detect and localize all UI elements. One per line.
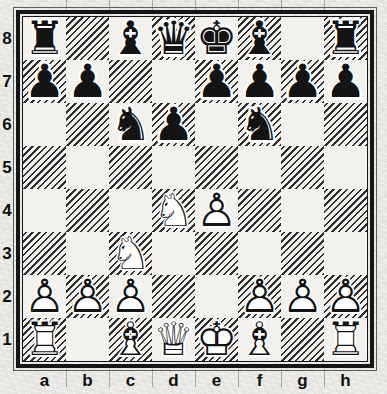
white-pawn[interactable]: ♟♙ [23, 275, 66, 318]
grid-tick-top-h [324, 0, 325, 10]
square-d7[interactable] [152, 60, 195, 103]
square-h5[interactable] [324, 146, 367, 189]
black-pawn[interactable]: ♟♟ [324, 60, 367, 103]
black-bishop-halo: ♝ [108, 16, 154, 62]
paper-background: { "game": "chess", "position": { "fen": … [0, 0, 387, 394]
black-pawn[interactable]: ♟♟ [23, 60, 66, 103]
square-h3[interactable] [324, 232, 367, 275]
chessboard-frame: ♜♜♝♝♛♛♚♚♝♝♜♜♟♟♟♟♟♟♟♟♟♟♟♟♞♞♟♟♞♞♞♘♟♙♞♘♟♙♟♙… [13, 7, 377, 371]
square-e6[interactable] [195, 103, 238, 146]
white-pawn-halo: ♟ [23, 275, 66, 318]
file-label-c: c [109, 370, 152, 392]
square-f4[interactable] [238, 189, 281, 232]
black-pawn-halo: ♟ [237, 59, 283, 105]
square-f7[interactable]: ♟♟ [238, 60, 281, 103]
white-king-halo: ♚ [195, 318, 238, 361]
white-bishop-halo: ♝ [238, 318, 281, 361]
square-c7[interactable] [109, 60, 152, 103]
black-knight-halo: ♞ [108, 102, 154, 148]
black-pawn-glyph: ♟ [23, 60, 66, 103]
white-knight-halo: ♞ [109, 232, 152, 275]
square-e8[interactable]: ♚♚ [195, 17, 238, 60]
square-c5[interactable] [109, 146, 152, 189]
black-bishop-glyph: ♝ [238, 17, 281, 60]
file-label-g: g [281, 370, 324, 392]
board-inner-border: ♜♜♝♝♛♛♚♚♝♝♜♜♟♟♟♟♟♟♟♟♟♟♟♟♞♞♟♟♞♞♞♘♟♙♞♘♟♙♟♙… [22, 16, 368, 362]
black-rook-halo: ♜ [323, 16, 369, 62]
white-pawn[interactable]: ♟♙ [281, 275, 324, 318]
white-pawn-halo: ♟ [66, 275, 109, 318]
white-knight-glyph: ♘ [109, 232, 152, 275]
grid-tick-bottom-c [109, 369, 110, 387]
square-h4[interactable] [324, 189, 367, 232]
black-pawn-glyph: ♟ [324, 60, 367, 103]
black-rook[interactable]: ♜♜ [23, 17, 66, 60]
grid-tick-bottom-d [152, 369, 153, 387]
square-g8[interactable] [281, 17, 324, 60]
square-e3[interactable] [195, 232, 238, 275]
white-rook-glyph: ♖ [23, 318, 66, 361]
square-a4[interactable] [23, 189, 66, 232]
white-bishop[interactable]: ♝♗ [109, 318, 152, 361]
black-pawn[interactable]: ♟♟ [66, 60, 109, 103]
white-rook-halo: ♜ [324, 318, 367, 361]
grid-tick-top-c [109, 0, 110, 10]
white-king[interactable]: ♚♔ [195, 318, 238, 361]
white-pawn[interactable]: ♟♙ [195, 189, 238, 232]
white-pawn[interactable]: ♟♙ [66, 275, 109, 318]
square-a5[interactable] [23, 146, 66, 189]
rank-label-2: 2 [0, 275, 14, 318]
black-rook-glyph: ♜ [324, 17, 367, 60]
file-label-d: d [152, 370, 195, 392]
grid-tick-top-f [238, 0, 239, 10]
white-knight-halo: ♞ [152, 189, 195, 232]
file-label-a: a [23, 370, 66, 392]
square-h6[interactable] [324, 103, 367, 146]
white-bishop-glyph: ♗ [109, 318, 152, 361]
black-pawn-glyph: ♟ [281, 60, 324, 103]
white-knight[interactable]: ♞♘ [152, 189, 195, 232]
square-g3[interactable] [281, 232, 324, 275]
file-label-f: f [238, 370, 281, 392]
square-b6[interactable] [66, 103, 109, 146]
white-king-glyph: ♔ [195, 318, 238, 361]
black-queen-halo: ♛ [151, 16, 197, 62]
white-knight-glyph: ♘ [152, 189, 195, 232]
square-d3[interactable] [152, 232, 195, 275]
square-f5[interactable] [238, 146, 281, 189]
white-pawn-halo: ♟ [281, 275, 324, 318]
black-bishop[interactable]: ♝♝ [238, 17, 281, 60]
white-pawn-halo: ♟ [238, 275, 281, 318]
square-c6[interactable]: ♞♞ [109, 103, 152, 146]
square-g4[interactable] [281, 189, 324, 232]
file-label-h: h [324, 370, 367, 392]
black-knight-glyph: ♞ [238, 103, 281, 146]
square-d5[interactable] [152, 146, 195, 189]
black-pawn-glyph: ♟ [66, 60, 109, 103]
square-h8[interactable]: ♜♜ [324, 17, 367, 60]
white-pawn-halo: ♟ [195, 189, 238, 232]
square-h7[interactable]: ♟♟ [324, 60, 367, 103]
black-pawn-halo: ♟ [323, 59, 369, 105]
square-f8[interactable]: ♝♝ [238, 17, 281, 60]
black-knight-halo: ♞ [237, 102, 283, 148]
white-queen-halo: ♛ [152, 318, 195, 361]
rank-labels: 87654321 [0, 17, 14, 361]
black-bishop[interactable]: ♝♝ [109, 17, 152, 60]
black-pawn[interactable]: ♟♟ [195, 60, 238, 103]
black-king-halo: ♚ [194, 16, 240, 62]
square-f2[interactable]: ♟♙ [238, 275, 281, 318]
black-queen[interactable]: ♛♛ [152, 17, 195, 60]
black-rook[interactable]: ♜♜ [324, 17, 367, 60]
black-knight[interactable]: ♞♞ [238, 103, 281, 146]
black-queen-glyph: ♛ [152, 17, 195, 60]
grid-tick-bottom-g [281, 369, 282, 387]
square-h1[interactable]: ♜♖ [324, 318, 367, 361]
square-c2[interactable]: ♟♙ [109, 275, 152, 318]
white-pawn-glyph: ♙ [238, 275, 281, 318]
grid-tick-top-g [281, 0, 282, 10]
white-pawn[interactable]: ♟♙ [238, 275, 281, 318]
square-b8[interactable] [66, 17, 109, 60]
file-label-b: b [66, 370, 109, 392]
square-c4[interactable] [109, 189, 152, 232]
black-pawn[interactable]: ♟♟ [152, 103, 195, 146]
white-rook[interactable]: ♜♖ [324, 318, 367, 361]
square-d4[interactable]: ♞♘ [152, 189, 195, 232]
square-a2[interactable]: ♟♙ [23, 275, 66, 318]
file-label-e: e [195, 370, 238, 392]
square-a8[interactable]: ♜♜ [23, 17, 66, 60]
square-a1[interactable]: ♜♖ [23, 318, 66, 361]
black-bishop-glyph: ♝ [109, 17, 152, 60]
black-rook-halo: ♜ [22, 16, 68, 62]
square-e7[interactable]: ♟♟ [195, 60, 238, 103]
white-pawn-halo: ♟ [109, 275, 152, 318]
square-g5[interactable] [281, 146, 324, 189]
square-d8[interactable]: ♛♛ [152, 17, 195, 60]
square-g6[interactable] [281, 103, 324, 146]
white-pawn-glyph: ♙ [195, 189, 238, 232]
rank-label-7: 7 [0, 60, 14, 103]
black-bishop-halo: ♝ [237, 16, 283, 62]
grid-tick-bottom-h [324, 369, 325, 387]
square-b4[interactable] [66, 189, 109, 232]
square-f1[interactable]: ♝♗ [238, 318, 281, 361]
white-pawn[interactable]: ♟♙ [324, 275, 367, 318]
grid-tick-top-b [66, 0, 67, 10]
white-bishop-glyph: ♗ [238, 318, 281, 361]
grid-tick-bottom-b [66, 369, 67, 387]
white-pawn-glyph: ♙ [23, 275, 66, 318]
black-pawn-halo: ♟ [151, 102, 197, 148]
white-rook[interactable]: ♜♖ [23, 318, 66, 361]
grid-tick-top-d [152, 0, 153, 10]
white-bishop[interactable]: ♝♗ [238, 318, 281, 361]
white-pawn[interactable]: ♟♙ [109, 275, 152, 318]
square-d1[interactable]: ♛♕ [152, 318, 195, 361]
white-pawn-halo: ♟ [324, 275, 367, 318]
white-queen-glyph: ♕ [152, 318, 195, 361]
square-e2[interactable] [195, 275, 238, 318]
board-grid: ♜♜♝♝♛♛♚♚♝♝♜♜♟♟♟♟♟♟♟♟♟♟♟♟♞♞♟♟♞♞♞♘♟♙♞♘♟♙♟♙… [23, 17, 367, 361]
square-a6[interactable] [23, 103, 66, 146]
black-pawn-halo: ♟ [280, 59, 326, 105]
black-knight-glyph: ♞ [109, 103, 152, 146]
rank-label-3: 3 [0, 232, 14, 275]
square-b3[interactable] [66, 232, 109, 275]
white-pawn-glyph: ♙ [66, 275, 109, 318]
rank-label-6: 6 [0, 103, 14, 146]
square-c3[interactable]: ♞♘ [109, 232, 152, 275]
rank-label-4: 4 [0, 189, 14, 232]
square-g1[interactable] [281, 318, 324, 361]
square-h2[interactable]: ♟♙ [324, 275, 367, 318]
square-g7[interactable]: ♟♟ [281, 60, 324, 103]
rank-label-1: 1 [0, 318, 14, 361]
square-c1[interactable]: ♝♗ [109, 318, 152, 361]
square-g2[interactable]: ♟♙ [281, 275, 324, 318]
white-pawn-glyph: ♙ [109, 275, 152, 318]
white-rook-glyph: ♖ [324, 318, 367, 361]
square-f3[interactable] [238, 232, 281, 275]
square-e4[interactable]: ♟♙ [195, 189, 238, 232]
black-knight[interactable]: ♞♞ [109, 103, 152, 146]
black-pawn-halo: ♟ [65, 59, 111, 105]
grid-tick-top-e [195, 0, 196, 10]
black-rook-glyph: ♜ [23, 17, 66, 60]
square-a3[interactable] [23, 232, 66, 275]
white-rook-halo: ♜ [23, 318, 66, 361]
square-f6[interactable]: ♞♞ [238, 103, 281, 146]
black-pawn-halo: ♟ [194, 59, 240, 105]
square-e5[interactable] [195, 146, 238, 189]
black-pawn[interactable]: ♟♟ [281, 60, 324, 103]
rank-label-5: 5 [0, 146, 14, 189]
square-b1[interactable] [66, 318, 109, 361]
square-d6[interactable]: ♟♟ [152, 103, 195, 146]
square-b2[interactable]: ♟♙ [66, 275, 109, 318]
square-b5[interactable] [66, 146, 109, 189]
rank-label-8: 8 [0, 17, 14, 60]
square-d2[interactable] [152, 275, 195, 318]
square-a7[interactable]: ♟♟ [23, 60, 66, 103]
black-pawn[interactable]: ♟♟ [238, 60, 281, 103]
grid-tick-bottom-f [238, 369, 239, 387]
black-pawn-halo: ♟ [22, 59, 68, 105]
black-king[interactable]: ♚♚ [195, 17, 238, 60]
black-pawn-glyph: ♟ [238, 60, 281, 103]
square-b7[interactable]: ♟♟ [66, 60, 109, 103]
black-pawn-glyph: ♟ [152, 103, 195, 146]
grid-tick-bottom-e [195, 369, 196, 387]
white-pawn-glyph: ♙ [324, 275, 367, 318]
white-pawn-glyph: ♙ [281, 275, 324, 318]
white-queen[interactable]: ♛♕ [152, 318, 195, 361]
white-knight[interactable]: ♞♘ [109, 232, 152, 275]
board-thick-border: ♜♜♝♝♛♛♚♚♝♝♜♜♟♟♟♟♟♟♟♟♟♟♟♟♞♞♟♟♞♞♞♘♟♙♞♘♟♙♟♙… [16, 10, 374, 368]
square-c8[interactable]: ♝♝ [109, 17, 152, 60]
black-pawn-glyph: ♟ [195, 60, 238, 103]
white-bishop-halo: ♝ [109, 318, 152, 361]
square-e1[interactable]: ♚♔ [195, 318, 238, 361]
black-king-glyph: ♚ [195, 17, 238, 60]
